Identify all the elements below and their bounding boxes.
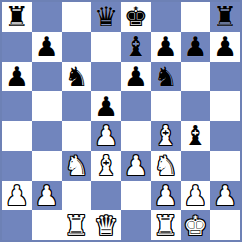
white-pawn-icon: ♟ [124, 152, 148, 179]
square-c6[interactable]: ♞ [62, 62, 92, 92]
white-rook-icon: ♜ [64, 212, 88, 239]
square-h4[interactable] [210, 121, 240, 151]
square-g6[interactable] [181, 62, 211, 92]
square-b7[interactable]: ♟ [32, 32, 62, 62]
black-pawn-icon: ♟ [35, 33, 59, 60]
white-pawn-icon: ♟ [94, 122, 118, 149]
black-rook-icon: ♜ [5, 3, 29, 30]
square-f1[interactable]: ♜ [151, 210, 181, 240]
square-d6[interactable] [91, 62, 121, 92]
square-h7[interactable]: ♟ [210, 32, 240, 62]
square-f6[interactable]: ♞ [151, 62, 181, 92]
square-a6[interactable]: ♟ [2, 62, 32, 92]
white-knight-icon: ♞ [154, 152, 178, 179]
square-b1[interactable] [32, 210, 62, 240]
white-pawn-icon: ♟ [213, 182, 237, 209]
square-d1[interactable]: ♛ [91, 210, 121, 240]
square-h2[interactable]: ♟ [210, 181, 240, 211]
square-h6[interactable] [210, 62, 240, 92]
white-pawn-icon: ♟ [35, 182, 59, 209]
square-g2[interactable]: ♟ [181, 181, 211, 211]
square-h1[interactable] [210, 210, 240, 240]
white-king-icon: ♚ [183, 212, 207, 239]
square-b6[interactable] [32, 62, 62, 92]
square-b3[interactable] [32, 151, 62, 181]
white-bishop-icon: ♝ [154, 122, 178, 149]
square-f3[interactable]: ♞ [151, 151, 181, 181]
square-h3[interactable] [210, 151, 240, 181]
square-e4[interactable] [121, 121, 151, 151]
square-f5[interactable] [151, 91, 181, 121]
black-pawn-icon: ♟ [183, 33, 207, 60]
square-e6[interactable]: ♟ [121, 62, 151, 92]
square-d2[interactable] [91, 181, 121, 211]
square-e2[interactable] [121, 181, 151, 211]
square-c4[interactable] [62, 121, 92, 151]
square-a7[interactable] [2, 32, 32, 62]
square-b8[interactable] [32, 2, 62, 32]
square-c2[interactable] [62, 181, 92, 211]
square-h8[interactable]: ♜ [210, 2, 240, 32]
square-f2[interactable]: ♟ [151, 181, 181, 211]
square-b5[interactable] [32, 91, 62, 121]
square-a3[interactable] [2, 151, 32, 181]
square-b2[interactable]: ♟ [32, 181, 62, 211]
square-g3[interactable] [181, 151, 211, 181]
chess-board: ♜♛♚♜♟♝♟♟♟♟♞♟♞♟♟♝♝♞♝♟♞♟♟♟♟♟♜♛♜♚ [0, 0, 242, 242]
white-pawn-icon: ♟ [154, 182, 178, 209]
black-bishop-icon: ♝ [124, 33, 148, 60]
square-e7[interactable]: ♝ [121, 32, 151, 62]
square-g7[interactable]: ♟ [181, 32, 211, 62]
square-d4[interactable]: ♟ [91, 121, 121, 151]
square-e8[interactable]: ♚ [121, 2, 151, 32]
white-pawn-icon: ♟ [183, 182, 207, 209]
square-a5[interactable] [2, 91, 32, 121]
black-queen-icon: ♛ [94, 3, 118, 30]
square-d3[interactable]: ♝ [91, 151, 121, 181]
square-b4[interactable] [32, 121, 62, 151]
square-f7[interactable]: ♟ [151, 32, 181, 62]
black-bishop-icon: ♝ [183, 122, 207, 149]
square-e3[interactable]: ♟ [121, 151, 151, 181]
square-c3[interactable]: ♞ [62, 151, 92, 181]
black-pawn-icon: ♟ [154, 33, 178, 60]
square-e1[interactable] [121, 210, 151, 240]
square-g1[interactable]: ♚ [181, 210, 211, 240]
square-a2[interactable]: ♟ [2, 181, 32, 211]
square-e5[interactable] [121, 91, 151, 121]
square-d7[interactable] [91, 32, 121, 62]
square-c1[interactable]: ♜ [62, 210, 92, 240]
square-f4[interactable]: ♝ [151, 121, 181, 151]
black-pawn-icon: ♟ [213, 33, 237, 60]
white-bishop-icon: ♝ [94, 152, 118, 179]
white-queen-icon: ♛ [94, 212, 118, 239]
black-pawn-icon: ♟ [94, 93, 118, 120]
square-a1[interactable] [2, 210, 32, 240]
square-h5[interactable] [210, 91, 240, 121]
black-king-icon: ♚ [124, 3, 148, 30]
square-c7[interactable] [62, 32, 92, 62]
square-g8[interactable] [181, 2, 211, 32]
square-f8[interactable] [151, 2, 181, 32]
square-a8[interactable]: ♜ [2, 2, 32, 32]
black-knight-icon: ♞ [154, 63, 178, 90]
square-d8[interactable]: ♛ [91, 2, 121, 32]
white-pawn-icon: ♟ [5, 182, 29, 209]
square-c8[interactable] [62, 2, 92, 32]
black-knight-icon: ♞ [64, 63, 88, 90]
black-rook-icon: ♜ [213, 3, 237, 30]
black-pawn-icon: ♟ [124, 63, 148, 90]
square-c5[interactable] [62, 91, 92, 121]
black-pawn-icon: ♟ [5, 63, 29, 90]
square-g5[interactable] [181, 91, 211, 121]
white-knight-icon: ♞ [64, 152, 88, 179]
square-d5[interactable]: ♟ [91, 91, 121, 121]
white-rook-icon: ♜ [154, 212, 178, 239]
square-g4[interactable]: ♝ [181, 121, 211, 151]
square-a4[interactable] [2, 121, 32, 151]
